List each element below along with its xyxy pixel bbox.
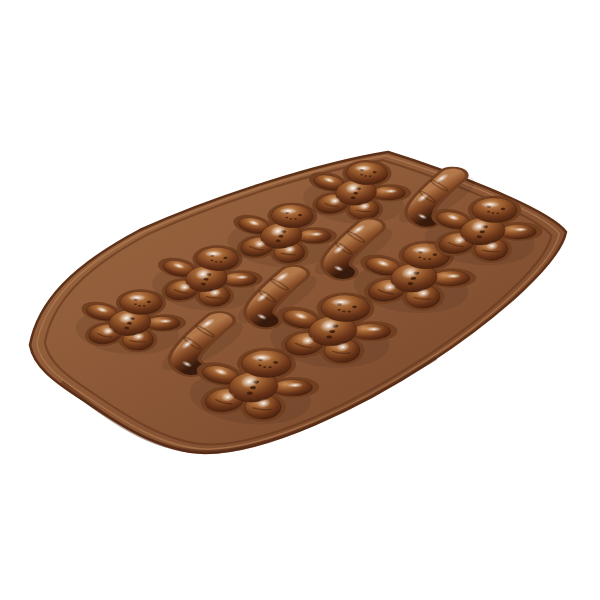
chocolate-mold-photo xyxy=(0,0,600,600)
product-photo xyxy=(0,0,600,600)
